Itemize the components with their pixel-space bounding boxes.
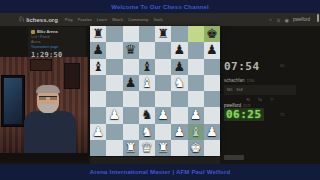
takeback-button[interactable]: ⟲ (246, 97, 250, 102)
square-f1[interactable] (171, 140, 187, 156)
square-h8[interactable]: ♚ (204, 26, 220, 42)
square-e8[interactable]: ♜ (155, 26, 171, 42)
notification-icon[interactable]: ◉ (285, 17, 289, 23)
stream-bottom-banner: Arena International Master | AFM Paul We… (0, 164, 320, 180)
monitor-screen (4, 78, 22, 124)
square-b2[interactable] (106, 124, 122, 140)
square-a5[interactable] (90, 75, 106, 91)
square-f8[interactable] (171, 26, 187, 42)
knight-logo-icon: ♘ (18, 16, 25, 24)
square-g8[interactable] (188, 26, 204, 42)
square-f2[interactable]: ♟ (171, 124, 187, 140)
square-g2[interactable]: ♝ (188, 124, 204, 140)
square-g1[interactable]: ♚ (188, 140, 204, 156)
nav-community[interactable]: Community (128, 17, 148, 22)
white-knight[interactable]: ♞ (171, 75, 187, 91)
square-a3[interactable] (90, 107, 106, 123)
square-g4[interactable] (188, 91, 204, 107)
game-action-buttons: ⟲ ½ ⚐ (224, 96, 296, 102)
square-g3[interactable]: ♟ (188, 107, 204, 123)
square-h5[interactable] (204, 75, 220, 91)
square-e1[interactable]: ♜ (155, 140, 171, 156)
logo-text: lichess.org (26, 17, 58, 23)
square-f7[interactable]: ♟ (171, 42, 187, 58)
square-f4[interactable] (171, 91, 187, 107)
square-d2[interactable]: ♞ (139, 124, 155, 140)
square-c4[interactable] (123, 91, 139, 107)
black-pawn[interactable]: ♟ (90, 42, 106, 58)
stream-top-banner: Welcome To Our Chess Channel (0, 0, 320, 13)
square-f6[interactable]: ♟ (171, 59, 187, 75)
square-a4[interactable] (90, 91, 106, 107)
tournament-link[interactable]: Tournament page (31, 45, 83, 49)
square-a2[interactable]: ♟ (90, 124, 106, 140)
white-rook[interactable]: ♜ (155, 140, 171, 156)
streamer-person (24, 83, 84, 162)
white-pawn[interactable]: ♟ (155, 107, 171, 123)
square-a6[interactable]: ♝ (90, 59, 106, 75)
white-pawn[interactable]: ♟ (90, 124, 106, 140)
opponent-clock: 07:54 (224, 60, 260, 73)
streamer-glasses (39, 96, 57, 100)
player-name-row[interactable]: pwelford 2172 (224, 103, 251, 108)
square-d8[interactable] (139, 26, 155, 42)
desk (0, 153, 88, 162)
move-list[interactable]: Nf5 Kh8 (224, 85, 296, 95)
black-pawn[interactable]: ♟ (171, 59, 187, 75)
white-pawn[interactable]: ♟ (204, 124, 220, 140)
opponent-name[interactable]: schachfan (224, 78, 245, 83)
black-queen[interactable]: ♛ (123, 42, 139, 58)
trophy-icon (31, 30, 35, 34)
lichess-logo[interactable]: ♘ lichess.org (18, 16, 58, 24)
streamer-beard (39, 104, 57, 113)
main-nav: Play Puzzles Learn Watch Community Tools (65, 17, 163, 22)
chess-board[interactable]: ♜♜♚♟♛♟♟♝♝♟♟♝♞♟♞♟♟♟♞♟♝♟♜♛♜♚ (90, 26, 220, 156)
player-name[interactable]: pwelford (224, 103, 241, 108)
tournament-meta2: Arena (31, 40, 83, 44)
square-d3[interactable]: ♞ (139, 107, 155, 123)
square-b3[interactable]: ♟ (106, 107, 122, 123)
draw-offer-button[interactable]: ½ (258, 97, 262, 102)
monitor (1, 75, 25, 127)
square-e4[interactable] (155, 91, 171, 107)
page-scrollbar[interactable] (317, 14, 319, 22)
square-g5[interactable] (188, 75, 204, 91)
square-g7[interactable] (188, 42, 204, 58)
square-b8[interactable] (106, 26, 122, 42)
search-icon[interactable]: ⌕ (269, 16, 272, 23)
square-c5[interactable]: ♟ (123, 75, 139, 91)
square-e5[interactable] (155, 75, 171, 91)
tournament-name[interactable]: Blitz Arena (37, 29, 58, 34)
site-header: ♘ lichess.org Play Puzzles Learn Watch C… (0, 13, 320, 26)
square-b4[interactable] (106, 91, 122, 107)
square-b1[interactable] (106, 140, 122, 156)
tournament-meta: 5+0 • Rated (31, 35, 83, 39)
challenge-icon[interactable]: ⚔ (276, 17, 280, 23)
square-d7[interactable] (139, 42, 155, 58)
square-e6[interactable] (155, 59, 171, 75)
nav-watch[interactable]: Watch (112, 17, 123, 22)
nav-tools[interactable]: Tools (153, 17, 162, 22)
square-h2[interactable]: ♟ (204, 124, 220, 140)
square-h6[interactable] (204, 59, 220, 75)
white-bishop[interactable]: ♝ (188, 124, 204, 140)
square-c3[interactable] (123, 107, 139, 123)
square-f3[interactable] (171, 107, 187, 123)
black-pawn[interactable]: ♟ (123, 75, 139, 91)
square-f5[interactable]: ♞ (171, 75, 187, 91)
dragged-white-bishop[interactable]: ♝ (139, 75, 155, 91)
picture-frame (30, 59, 52, 71)
white-pawn[interactable]: ♟ (106, 107, 122, 123)
opponent-rating: 2263 (247, 79, 255, 83)
square-e2[interactable] (155, 124, 171, 140)
move-black[interactable]: Kh8 (236, 88, 242, 92)
square-h3[interactable] (204, 107, 220, 123)
nav-play[interactable]: Play (65, 17, 73, 22)
square-b6[interactable] (106, 59, 122, 75)
opponent-name-row[interactable]: schachfan 2263 (224, 78, 254, 83)
webcam-video (0, 57, 88, 162)
white-queen[interactable]: ♛ (139, 140, 155, 156)
white-king[interactable]: ♚ (188, 140, 204, 156)
black-bishop[interactable]: ♝ (90, 59, 106, 75)
square-d5[interactable]: ♝ (139, 75, 155, 91)
last-move-highlight (188, 26, 204, 42)
square-h1[interactable] (204, 140, 220, 156)
move-white[interactable]: Nf5 (227, 88, 232, 92)
square-b7[interactable] (106, 42, 122, 58)
square-e3[interactable]: ♟ (155, 107, 171, 123)
black-bishop[interactable]: ♝ (139, 59, 155, 75)
black-pawn[interactable]: ♟ (171, 42, 187, 58)
nav-puzzles[interactable]: Puzzles (78, 17, 92, 22)
black-king[interactable]: ♚ (204, 26, 220, 42)
streamer-hair (36, 85, 60, 93)
square-c7[interactable]: ♛ (123, 42, 139, 58)
black-rook[interactable]: ♜ (155, 26, 171, 42)
panel-chip[interactable] (224, 155, 244, 160)
square-b5[interactable] (106, 75, 122, 91)
square-c2[interactable] (123, 124, 139, 140)
square-c6[interactable] (123, 59, 139, 75)
black-pawn[interactable]: ♟ (204, 42, 220, 58)
nav-learn[interactable]: Learn (97, 17, 107, 22)
player-score: 72 (280, 112, 284, 117)
bottom-banner-text: Arena International Master | AFM Paul We… (90, 169, 231, 175)
white-rook[interactable]: ♜ (123, 140, 139, 156)
square-c1[interactable]: ♜ (123, 140, 139, 156)
player-rating: 2172 (243, 104, 251, 108)
player-clock-active: 06:25 (224, 108, 264, 121)
user-menu[interactable]: pwelford (293, 17, 310, 22)
board-footer-row[interactable]: › (90, 160, 220, 164)
square-h7[interactable]: ♟ (204, 42, 220, 58)
white-pawn[interactable]: ♟ (188, 107, 204, 123)
square-h4[interactable] (204, 91, 220, 107)
opponent-score: 60 (280, 63, 284, 68)
square-d1[interactable]: ♛ (139, 140, 155, 156)
top-banner-text: Welcome To Our Chess Channel (111, 4, 209, 10)
header-right: ⌕ ⚔ ◉ pwelford (269, 16, 310, 23)
black-rook[interactable]: ♜ (90, 26, 106, 42)
square-g6[interactable] (188, 59, 204, 75)
square-a8[interactable]: ♜ (90, 26, 106, 42)
black-knight[interactable]: ♞ (139, 107, 155, 123)
square-a7[interactable]: ♟ (90, 42, 106, 58)
white-knight[interactable]: ♞ (139, 124, 155, 140)
square-d6[interactable]: ♝ (139, 59, 155, 75)
square-a1[interactable] (90, 140, 106, 156)
square-d4[interactable] (139, 91, 155, 107)
square-e7[interactable] (155, 42, 171, 58)
white-pawn[interactable]: ♟ (171, 124, 187, 140)
square-c8[interactable] (123, 26, 139, 42)
tournament-panel: Blitz Arena 5+0 • Rated Arena Tournament… (28, 27, 86, 58)
resign-button[interactable]: ⚐ (270, 97, 274, 102)
